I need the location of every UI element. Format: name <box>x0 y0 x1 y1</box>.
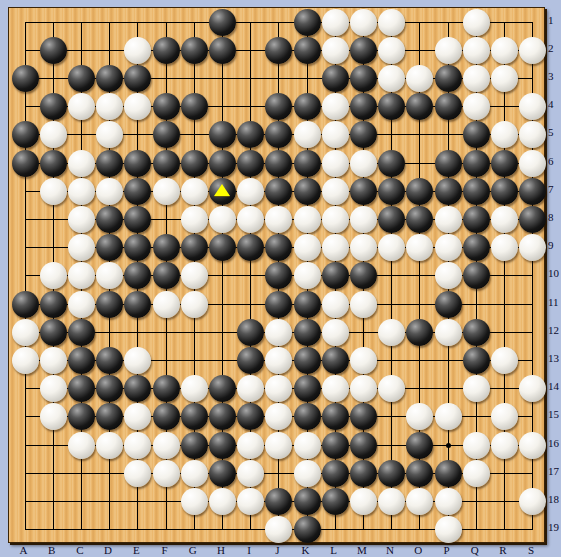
black-stone-F6[interactable] <box>153 150 180 177</box>
white-stone-K9[interactable] <box>294 234 321 261</box>
white-stone-O9[interactable] <box>406 234 433 261</box>
black-stone-F10[interactable] <box>153 262 180 289</box>
black-stone-D8[interactable] <box>96 206 123 233</box>
white-stone-P10[interactable] <box>435 262 462 289</box>
column-label-C: C <box>76 544 83 556</box>
black-stone-C3[interactable] <box>68 65 95 92</box>
black-stone-J2[interactable] <box>265 37 292 64</box>
black-stone-G2[interactable] <box>181 37 208 64</box>
white-stone-Q2[interactable] <box>463 37 490 64</box>
black-stone-N8[interactable] <box>378 206 405 233</box>
white-stone-N9[interactable] <box>378 234 405 261</box>
black-stone-K4[interactable] <box>294 93 321 120</box>
black-stone-M17[interactable] <box>350 460 377 487</box>
row-label-19: 19 <box>548 521 559 533</box>
row-label-1: 1 <box>548 14 554 26</box>
black-stone-C14[interactable] <box>68 375 95 402</box>
black-stone-Q9[interactable] <box>463 234 490 261</box>
black-stone-L15[interactable] <box>322 403 349 430</box>
row-label-13: 13 <box>548 352 559 364</box>
black-stone-L3[interactable] <box>322 65 349 92</box>
white-stone-Q3[interactable] <box>463 65 490 92</box>
white-stone-M14[interactable] <box>350 375 377 402</box>
white-stone-P18[interactable] <box>435 488 462 515</box>
black-stone-R6[interactable] <box>491 150 518 177</box>
black-stone-F2[interactable] <box>153 37 180 64</box>
black-stone-F9[interactable] <box>153 234 180 261</box>
column-label-G: G <box>189 544 197 556</box>
white-stone-K16[interactable] <box>294 432 321 459</box>
black-stone-K13[interactable] <box>294 347 321 374</box>
black-stone-O17[interactable] <box>406 460 433 487</box>
black-stone-K1[interactable] <box>294 9 321 36</box>
white-stone-L8[interactable] <box>322 206 349 233</box>
white-stone-F11[interactable] <box>153 291 180 318</box>
black-stone-J18[interactable] <box>265 488 292 515</box>
black-stone-E3[interactable] <box>124 65 151 92</box>
black-stone-L18[interactable] <box>322 488 349 515</box>
white-stone-I18[interactable] <box>237 488 264 515</box>
white-stone-G10[interactable] <box>181 262 208 289</box>
black-stone-I15[interactable] <box>237 403 264 430</box>
white-stone-M9[interactable] <box>350 234 377 261</box>
row-label-18: 18 <box>548 493 559 505</box>
black-stone-K19[interactable] <box>294 516 321 543</box>
row-label-11: 11 <box>548 296 559 308</box>
white-stone-M1[interactable] <box>350 9 377 36</box>
black-stone-H5[interactable] <box>209 121 236 148</box>
black-stone-Q10[interactable] <box>463 262 490 289</box>
black-stone-M15[interactable] <box>350 403 377 430</box>
row-label-12: 12 <box>548 324 559 336</box>
black-stone-A5[interactable] <box>12 121 39 148</box>
black-stone-S8[interactable] <box>519 206 546 233</box>
white-stone-N14[interactable] <box>378 375 405 402</box>
black-stone-D11[interactable] <box>96 291 123 318</box>
black-stone-B4[interactable] <box>40 93 67 120</box>
white-stone-M13[interactable] <box>350 347 377 374</box>
white-stone-C8[interactable] <box>68 206 95 233</box>
white-stone-R2[interactable] <box>491 37 518 64</box>
white-stone-L6[interactable] <box>322 150 349 177</box>
white-stone-M18[interactable] <box>350 488 377 515</box>
white-stone-L9[interactable] <box>322 234 349 261</box>
white-stone-N3[interactable] <box>378 65 405 92</box>
white-stone-N12[interactable] <box>378 319 405 346</box>
black-stone-M3[interactable] <box>350 65 377 92</box>
black-stone-K6[interactable] <box>294 150 321 177</box>
black-stone-I12[interactable] <box>237 319 264 346</box>
column-label-E: E <box>133 544 140 556</box>
white-stone-A12[interactable] <box>12 319 39 346</box>
white-stone-O15[interactable] <box>406 403 433 430</box>
white-stone-G8[interactable] <box>181 206 208 233</box>
white-stone-C11[interactable] <box>68 291 95 318</box>
white-stone-Q4[interactable] <box>463 93 490 120</box>
black-stone-E14[interactable] <box>124 375 151 402</box>
white-stone-G14[interactable] <box>181 375 208 402</box>
black-stone-K7[interactable] <box>294 178 321 205</box>
white-stone-E15[interactable] <box>124 403 151 430</box>
white-stone-B7[interactable] <box>40 178 67 205</box>
black-stone-G16[interactable] <box>181 432 208 459</box>
black-stone-N6[interactable] <box>378 150 405 177</box>
black-stone-K15[interactable] <box>294 403 321 430</box>
white-stone-J12[interactable] <box>265 319 292 346</box>
white-stone-P8[interactable] <box>435 206 462 233</box>
white-stone-P15[interactable] <box>435 403 462 430</box>
white-stone-J8[interactable] <box>265 206 292 233</box>
white-stone-Q1[interactable] <box>463 9 490 36</box>
white-stone-E16[interactable] <box>124 432 151 459</box>
white-stone-Q17[interactable] <box>463 460 490 487</box>
white-stone-B10[interactable] <box>40 262 67 289</box>
black-stone-B12[interactable] <box>40 319 67 346</box>
white-stone-R15[interactable] <box>491 403 518 430</box>
app-background: ABCDEFGHIJKLMNOPQRS 12345678910111213141… <box>0 0 561 557</box>
black-stone-I6[interactable] <box>237 150 264 177</box>
black-stone-E6[interactable] <box>124 150 151 177</box>
black-stone-D3[interactable] <box>96 65 123 92</box>
black-stone-M16[interactable] <box>350 432 377 459</box>
row-label-3: 3 <box>548 70 554 82</box>
last-move-triangle-marker <box>214 184 230 196</box>
black-stone-L16[interactable] <box>322 432 349 459</box>
white-stone-B14[interactable] <box>40 375 67 402</box>
white-stone-K8[interactable] <box>294 206 321 233</box>
white-stone-R16[interactable] <box>491 432 518 459</box>
row-label-16: 16 <box>548 437 559 449</box>
black-stone-H15[interactable] <box>209 403 236 430</box>
black-stone-D9[interactable] <box>96 234 123 261</box>
black-stone-B6[interactable] <box>40 150 67 177</box>
black-stone-J5[interactable] <box>265 121 292 148</box>
white-stone-L2[interactable] <box>322 37 349 64</box>
black-stone-A6[interactable] <box>12 150 39 177</box>
black-stone-D6[interactable] <box>96 150 123 177</box>
black-stone-D15[interactable] <box>96 403 123 430</box>
black-stone-L17[interactable] <box>322 460 349 487</box>
column-label-M: M <box>357 544 367 556</box>
black-stone-F4[interactable] <box>153 93 180 120</box>
row-label-14: 14 <box>548 380 559 392</box>
white-stone-R9[interactable] <box>491 234 518 261</box>
black-stone-M5[interactable] <box>350 121 377 148</box>
white-stone-E17[interactable] <box>124 460 151 487</box>
black-stone-K18[interactable] <box>294 488 321 515</box>
black-stone-C13[interactable] <box>68 347 95 374</box>
white-stone-M6[interactable] <box>350 150 377 177</box>
black-stone-J4[interactable] <box>265 93 292 120</box>
column-label-J: J <box>275 544 279 556</box>
white-stone-B13[interactable] <box>40 347 67 374</box>
white-stone-C6[interactable] <box>68 150 95 177</box>
black-stone-O12[interactable] <box>406 319 433 346</box>
row-label-7: 7 <box>548 183 554 195</box>
white-stone-L4[interactable] <box>322 93 349 120</box>
row-label-6: 6 <box>548 155 554 167</box>
black-stone-E10[interactable] <box>124 262 151 289</box>
black-stone-M2[interactable] <box>350 37 377 64</box>
black-stone-M10[interactable] <box>350 262 377 289</box>
white-stone-L14[interactable] <box>322 375 349 402</box>
black-stone-L13[interactable] <box>322 347 349 374</box>
white-stone-K5[interactable] <box>294 121 321 148</box>
white-stone-S14[interactable] <box>519 375 546 402</box>
black-stone-H14[interactable] <box>209 375 236 402</box>
black-stone-H1[interactable] <box>209 9 236 36</box>
white-stone-S16[interactable] <box>519 432 546 459</box>
column-label-I: I <box>247 544 251 556</box>
white-stone-C9[interactable] <box>68 234 95 261</box>
white-stone-C7[interactable] <box>68 178 95 205</box>
white-stone-N2[interactable] <box>378 37 405 64</box>
row-label-17: 17 <box>548 465 559 477</box>
black-stone-E11[interactable] <box>124 291 151 318</box>
black-stone-E9[interactable] <box>124 234 151 261</box>
white-stone-K17[interactable] <box>294 460 321 487</box>
white-stone-Q14[interactable] <box>463 375 490 402</box>
white-stone-S2[interactable] <box>519 37 546 64</box>
black-stone-A3[interactable] <box>12 65 39 92</box>
white-stone-H8[interactable] <box>209 206 236 233</box>
white-stone-A13[interactable] <box>12 347 39 374</box>
black-stone-B2[interactable] <box>40 37 67 64</box>
white-stone-P19[interactable] <box>435 516 462 543</box>
white-stone-N1[interactable] <box>378 9 405 36</box>
black-stone-Q12[interactable] <box>463 319 490 346</box>
black-stone-L10[interactable] <box>322 262 349 289</box>
black-stone-O4[interactable] <box>406 93 433 120</box>
black-stone-F15[interactable] <box>153 403 180 430</box>
column-label-F: F <box>161 544 167 556</box>
black-stone-J7[interactable] <box>265 178 292 205</box>
black-stone-N17[interactable] <box>378 460 405 487</box>
black-stone-I13[interactable] <box>237 347 264 374</box>
column-label-L: L <box>330 544 337 556</box>
black-stone-Q8[interactable] <box>463 206 490 233</box>
black-stone-Q5[interactable] <box>463 121 490 148</box>
white-stone-G11[interactable] <box>181 291 208 318</box>
white-stone-E4[interactable] <box>124 93 151 120</box>
white-stone-F17[interactable] <box>153 460 180 487</box>
black-stone-H9[interactable] <box>209 234 236 261</box>
black-stone-G4[interactable] <box>181 93 208 120</box>
white-stone-S4[interactable] <box>519 93 546 120</box>
column-label-K: K <box>302 544 310 556</box>
black-stone-Q7[interactable] <box>463 178 490 205</box>
white-stone-D16[interactable] <box>96 432 123 459</box>
white-stone-N18[interactable] <box>378 488 405 515</box>
black-stone-M7[interactable] <box>350 178 377 205</box>
white-stone-J13[interactable] <box>265 347 292 374</box>
white-stone-D10[interactable] <box>96 262 123 289</box>
black-stone-A11[interactable] <box>12 291 39 318</box>
column-label-P: P <box>443 544 449 556</box>
white-stone-E2[interactable] <box>124 37 151 64</box>
black-stone-J6[interactable] <box>265 150 292 177</box>
black-stone-O7[interactable] <box>406 178 433 205</box>
black-stone-C15[interactable] <box>68 403 95 430</box>
white-stone-H18[interactable] <box>209 488 236 515</box>
white-stone-L5[interactable] <box>322 121 349 148</box>
white-stone-R3[interactable] <box>491 65 518 92</box>
white-stone-S6[interactable] <box>519 150 546 177</box>
black-stone-C12[interactable] <box>68 319 95 346</box>
black-stone-H17[interactable] <box>209 460 236 487</box>
black-stone-N7[interactable] <box>378 178 405 205</box>
white-stone-D7[interactable] <box>96 178 123 205</box>
black-stone-E7[interactable] <box>124 178 151 205</box>
row-label-8: 8 <box>548 211 554 223</box>
white-stone-R8[interactable] <box>491 206 518 233</box>
column-label-H: H <box>217 544 225 556</box>
white-stone-L7[interactable] <box>322 178 349 205</box>
white-stone-L12[interactable] <box>322 319 349 346</box>
black-stone-I5[interactable] <box>237 121 264 148</box>
white-stone-I7[interactable] <box>237 178 264 205</box>
column-label-D: D <box>104 544 112 556</box>
white-stone-J16[interactable] <box>265 432 292 459</box>
black-stone-K12[interactable] <box>294 319 321 346</box>
white-stone-P12[interactable] <box>435 319 462 346</box>
black-stone-P3[interactable] <box>435 65 462 92</box>
black-stone-S7[interactable] <box>519 178 546 205</box>
column-label-O: O <box>414 544 422 556</box>
white-stone-O3[interactable] <box>406 65 433 92</box>
white-stone-S9[interactable] <box>519 234 546 261</box>
white-stone-F7[interactable] <box>153 178 180 205</box>
white-stone-J19[interactable] <box>265 516 292 543</box>
black-stone-O16[interactable] <box>406 432 433 459</box>
black-stone-Q6[interactable] <box>463 150 490 177</box>
white-stone-E13[interactable] <box>124 347 151 374</box>
white-stone-Q16[interactable] <box>463 432 490 459</box>
black-stone-Q13[interactable] <box>463 347 490 374</box>
row-label-2: 2 <box>548 42 554 54</box>
white-stone-G7[interactable] <box>181 178 208 205</box>
black-stone-J10[interactable] <box>265 262 292 289</box>
black-stone-F5[interactable] <box>153 121 180 148</box>
white-stone-R13[interactable] <box>491 347 518 374</box>
black-stone-G6[interactable] <box>181 150 208 177</box>
black-stone-B11[interactable] <box>40 291 67 318</box>
row-label-4: 4 <box>548 98 554 110</box>
black-stone-F14[interactable] <box>153 375 180 402</box>
column-label-B: B <box>48 544 55 556</box>
white-stone-I8[interactable] <box>237 206 264 233</box>
white-stone-P9[interactable] <box>435 234 462 261</box>
white-stone-C10[interactable] <box>68 262 95 289</box>
black-stone-R7[interactable] <box>491 178 518 205</box>
white-stone-P2[interactable] <box>435 37 462 64</box>
white-stone-G17[interactable] <box>181 460 208 487</box>
row-label-15: 15 <box>548 409 559 421</box>
black-stone-K11[interactable] <box>294 291 321 318</box>
white-stone-S5[interactable] <box>519 121 546 148</box>
row-label-9: 9 <box>548 239 554 251</box>
black-stone-H16[interactable] <box>209 432 236 459</box>
black-stone-H6[interactable] <box>209 150 236 177</box>
black-stone-G9[interactable] <box>181 234 208 261</box>
black-stone-E8[interactable] <box>124 206 151 233</box>
white-stone-B15[interactable] <box>40 403 67 430</box>
row-label-5: 5 <box>548 127 554 139</box>
white-stone-L1[interactable] <box>322 9 349 36</box>
white-stone-D5[interactable] <box>96 121 123 148</box>
white-stone-I14[interactable] <box>237 375 264 402</box>
white-stone-M11[interactable] <box>350 291 377 318</box>
black-stone-D13[interactable] <box>96 347 123 374</box>
black-stone-J11[interactable] <box>265 291 292 318</box>
black-stone-J9[interactable] <box>265 234 292 261</box>
black-stone-G15[interactable] <box>181 403 208 430</box>
white-stone-G18[interactable] <box>181 488 208 515</box>
star-point <box>446 443 451 448</box>
white-stone-S18[interactable] <box>519 488 546 515</box>
white-stone-M8[interactable] <box>350 206 377 233</box>
column-label-S: S <box>528 544 534 556</box>
white-stone-C16[interactable] <box>68 432 95 459</box>
black-stone-I9[interactable] <box>237 234 264 261</box>
white-stone-J15[interactable] <box>265 403 292 430</box>
black-stone-P6[interactable] <box>435 150 462 177</box>
white-stone-B5[interactable] <box>40 121 67 148</box>
black-stone-P7[interactable] <box>435 178 462 205</box>
row-label-10: 10 <box>548 268 559 280</box>
black-stone-K14[interactable] <box>294 375 321 402</box>
white-stone-K10[interactable] <box>294 262 321 289</box>
black-stone-H2[interactable] <box>209 37 236 64</box>
goban[interactable] <box>8 7 545 543</box>
white-stone-R5[interactable] <box>491 121 518 148</box>
black-stone-P17[interactable] <box>435 460 462 487</box>
black-stone-O8[interactable] <box>406 206 433 233</box>
white-stone-I17[interactable] <box>237 460 264 487</box>
black-stone-M4[interactable] <box>350 93 377 120</box>
white-stone-O18[interactable] <box>406 488 433 515</box>
white-stone-I16[interactable] <box>237 432 264 459</box>
white-stone-C4[interactable] <box>68 93 95 120</box>
column-label-N: N <box>386 544 394 556</box>
black-stone-P4[interactable] <box>435 93 462 120</box>
black-stone-P11[interactable] <box>435 291 462 318</box>
white-stone-J14[interactable] <box>265 375 292 402</box>
black-stone-N4[interactable] <box>378 93 405 120</box>
column-label-Q: Q <box>471 544 479 556</box>
white-stone-L11[interactable] <box>322 291 349 318</box>
white-stone-F16[interactable] <box>153 432 180 459</box>
column-label-R: R <box>499 544 506 556</box>
column-label-A: A <box>20 544 28 556</box>
black-stone-K2[interactable] <box>294 37 321 64</box>
white-stone-D4[interactable] <box>96 93 123 120</box>
black-stone-D14[interactable] <box>96 375 123 402</box>
